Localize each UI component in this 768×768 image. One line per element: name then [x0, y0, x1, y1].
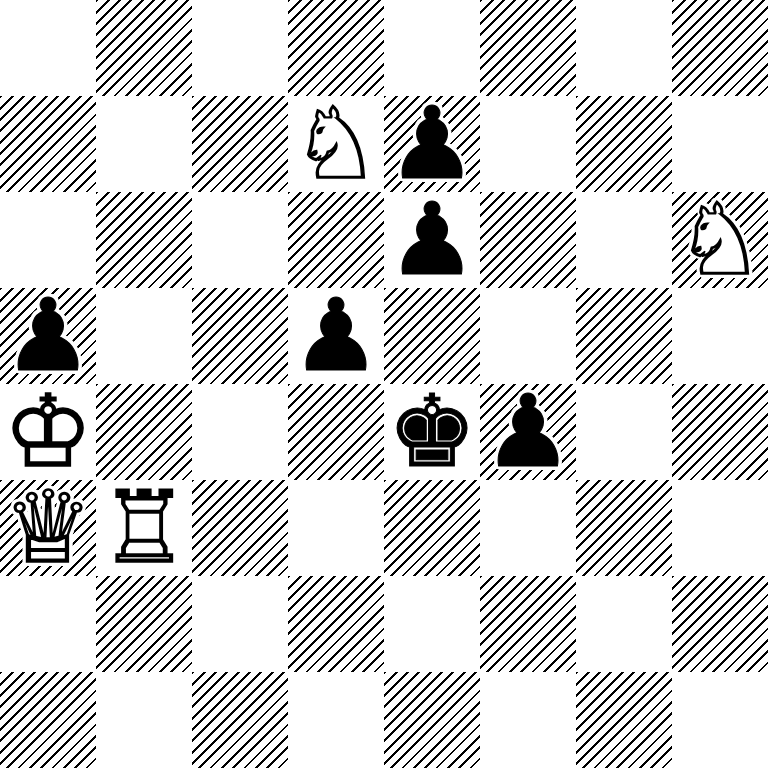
square-f6[interactable] [480, 192, 576, 288]
black-pawn-d5: ♟ [288, 288, 384, 384]
square-e2[interactable] [384, 576, 480, 672]
square-h2[interactable] [672, 576, 768, 672]
chess-board: ♞♘♟♟♟♟♞♘♟♟♟♟♚♔♚♚♟♟♛♕♜♖ [0, 0, 768, 768]
square-g3[interactable] [576, 480, 672, 576]
square-f1[interactable] [480, 672, 576, 768]
square-g5[interactable] [576, 288, 672, 384]
square-h6[interactable]: ♞♘ [672, 192, 768, 288]
square-h3[interactable] [672, 480, 768, 576]
square-h1[interactable] [672, 672, 768, 768]
piece-halo-mask: ♟ [288, 288, 384, 384]
square-g1[interactable] [576, 672, 672, 768]
square-e5[interactable] [384, 288, 480, 384]
square-e1[interactable] [384, 672, 480, 768]
square-e8[interactable] [384, 0, 480, 96]
square-b2[interactable] [96, 576, 192, 672]
square-f7[interactable] [480, 96, 576, 192]
square-c1[interactable] [192, 672, 288, 768]
piece-halo-mask: ♟ [384, 192, 480, 288]
square-b7[interactable] [96, 96, 192, 192]
square-b5[interactable] [96, 288, 192, 384]
square-c2[interactable] [192, 576, 288, 672]
black-pawn-e7: ♟ [384, 96, 480, 192]
square-f4[interactable]: ♟♟ [480, 384, 576, 480]
square-g8[interactable] [576, 0, 672, 96]
square-c4[interactable] [192, 384, 288, 480]
square-c6[interactable] [192, 192, 288, 288]
square-b8[interactable] [96, 0, 192, 96]
square-d7[interactable]: ♞♘ [288, 96, 384, 192]
square-e7[interactable]: ♟♟ [384, 96, 480, 192]
piece-halo-mask: ♛ [0, 480, 96, 576]
square-c5[interactable] [192, 288, 288, 384]
piece-halo-mask: ♚ [384, 384, 480, 480]
square-d8[interactable] [288, 0, 384, 96]
square-c7[interactable] [192, 96, 288, 192]
white-king-a4: ♔ [0, 384, 96, 480]
black-king-e4: ♚ [384, 384, 480, 480]
square-b6[interactable] [96, 192, 192, 288]
piece-halo-mask: ♞ [288, 96, 384, 192]
black-pawn-e6: ♟ [384, 192, 480, 288]
square-c8[interactable] [192, 0, 288, 96]
square-d1[interactable] [288, 672, 384, 768]
square-b3[interactable]: ♜♖ [96, 480, 192, 576]
square-h4[interactable] [672, 384, 768, 480]
square-f8[interactable] [480, 0, 576, 96]
square-a5[interactable]: ♟♟ [0, 288, 96, 384]
square-d4[interactable] [288, 384, 384, 480]
square-a4[interactable]: ♚♔ [0, 384, 96, 480]
square-h8[interactable] [672, 0, 768, 96]
square-a7[interactable] [0, 96, 96, 192]
black-pawn-f4: ♟ [480, 384, 576, 480]
square-b4[interactable] [96, 384, 192, 480]
square-e6[interactable]: ♟♟ [384, 192, 480, 288]
piece-halo-mask: ♜ [96, 480, 192, 576]
square-h7[interactable] [672, 96, 768, 192]
white-queen-a3: ♕ [0, 480, 96, 576]
square-a2[interactable] [0, 576, 96, 672]
black-pawn-a5: ♟ [0, 288, 96, 384]
piece-halo-mask: ♞ [672, 192, 768, 288]
square-g6[interactable] [576, 192, 672, 288]
square-e3[interactable] [384, 480, 480, 576]
square-a3[interactable]: ♛♕ [0, 480, 96, 576]
square-a6[interactable] [0, 192, 96, 288]
square-a8[interactable] [0, 0, 96, 96]
square-f5[interactable] [480, 288, 576, 384]
square-f2[interactable] [480, 576, 576, 672]
white-rook-b3: ♖ [96, 480, 192, 576]
square-a1[interactable] [0, 672, 96, 768]
piece-halo-mask: ♟ [384, 96, 480, 192]
white-knight-d7: ♘ [288, 96, 384, 192]
white-knight-h6: ♘ [672, 192, 768, 288]
square-e4[interactable]: ♚♚ [384, 384, 480, 480]
piece-halo-mask: ♟ [0, 288, 96, 384]
square-d6[interactable] [288, 192, 384, 288]
piece-halo-mask: ♟ [480, 384, 576, 480]
square-h5[interactable] [672, 288, 768, 384]
square-c3[interactable] [192, 480, 288, 576]
square-b1[interactable] [96, 672, 192, 768]
square-d3[interactable] [288, 480, 384, 576]
piece-halo-mask: ♚ [0, 384, 96, 480]
square-g2[interactable] [576, 576, 672, 672]
square-g7[interactable] [576, 96, 672, 192]
square-f3[interactable] [480, 480, 576, 576]
square-g4[interactable] [576, 384, 672, 480]
square-d2[interactable] [288, 576, 384, 672]
square-d5[interactable]: ♟♟ [288, 288, 384, 384]
